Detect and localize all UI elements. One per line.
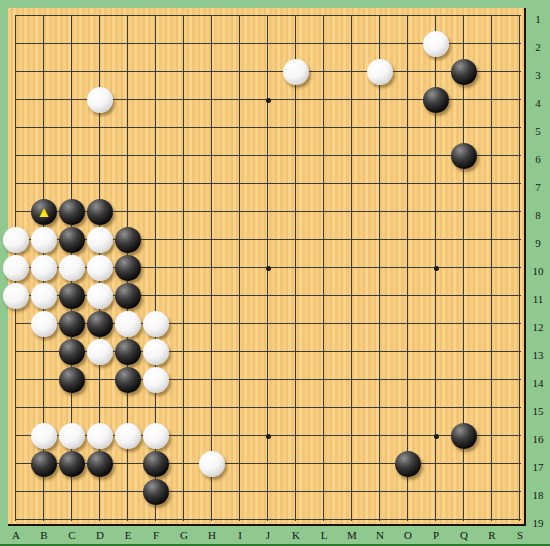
point-B2[interactable] [30, 30, 58, 58]
point-C17[interactable]: ● [58, 450, 86, 478]
point-I6[interactable] [226, 142, 254, 170]
point-H18[interactable] [198, 478, 226, 506]
white-stone[interactable]: ○ [3, 227, 29, 253]
white-stone[interactable]: ○ [59, 423, 85, 449]
point-E14[interactable]: ● [114, 366, 142, 394]
point-E18[interactable] [114, 478, 142, 506]
point-E1[interactable] [114, 2, 142, 30]
white-stone[interactable]: ○ [31, 283, 57, 309]
point-N10[interactable] [366, 254, 394, 282]
point-F17[interactable]: ● [142, 450, 170, 478]
point-N2[interactable] [366, 30, 394, 58]
point-M8[interactable] [338, 198, 366, 226]
point-J15[interactable] [254, 394, 282, 422]
point-F12[interactable]: ○ [142, 310, 170, 338]
point-G1[interactable] [170, 2, 198, 30]
point-M1[interactable] [338, 2, 366, 30]
point-M18[interactable] [338, 478, 366, 506]
point-G11[interactable] [170, 282, 198, 310]
point-D9[interactable]: ○ [86, 226, 114, 254]
point-M3[interactable] [338, 58, 366, 86]
point-B15[interactable] [30, 394, 58, 422]
black-stone[interactable]: ● [59, 367, 85, 393]
point-A11[interactable]: ○ [2, 282, 30, 310]
point-N16[interactable] [366, 422, 394, 450]
black-stone[interactable]: ● [87, 311, 113, 337]
point-L18[interactable] [310, 478, 338, 506]
black-stone[interactable]: ● [115, 367, 141, 393]
black-stone[interactable]: ● [423, 87, 449, 113]
point-H8[interactable] [198, 198, 226, 226]
point-A18[interactable] [2, 478, 30, 506]
point-F13[interactable]: ○ [142, 338, 170, 366]
point-J2[interactable] [254, 30, 282, 58]
point-R13[interactable] [478, 338, 506, 366]
point-G7[interactable] [170, 170, 198, 198]
point-K9[interactable] [282, 226, 310, 254]
point-I8[interactable] [226, 198, 254, 226]
point-O16[interactable] [394, 422, 422, 450]
point-A4[interactable] [2, 86, 30, 114]
point-H3[interactable] [198, 58, 226, 86]
white-stone[interactable]: ○ [87, 87, 113, 113]
point-M11[interactable] [338, 282, 366, 310]
point-P13[interactable] [422, 338, 450, 366]
white-stone[interactable]: ○ [199, 451, 225, 477]
point-D6[interactable] [86, 142, 114, 170]
point-Q18[interactable] [450, 478, 478, 506]
point-L6[interactable] [310, 142, 338, 170]
point-P10[interactable] [422, 254, 450, 282]
point-E16[interactable]: ○ [114, 422, 142, 450]
point-C5[interactable] [58, 114, 86, 142]
white-stone[interactable]: ○ [87, 423, 113, 449]
black-stone[interactable]: ● [115, 227, 141, 253]
point-L3[interactable] [310, 58, 338, 86]
point-L13[interactable] [310, 338, 338, 366]
white-stone[interactable]: ○ [59, 255, 85, 281]
white-stone[interactable]: ○ [283, 59, 309, 85]
point-H14[interactable] [198, 366, 226, 394]
point-K14[interactable] [282, 366, 310, 394]
point-P12[interactable] [422, 310, 450, 338]
point-R5[interactable] [478, 114, 506, 142]
point-B12[interactable]: ○ [30, 310, 58, 338]
point-O14[interactable] [394, 366, 422, 394]
point-H10[interactable] [198, 254, 226, 282]
black-stone[interactable]: ● [451, 423, 477, 449]
point-E17[interactable] [114, 450, 142, 478]
point-B5[interactable] [30, 114, 58, 142]
point-P9[interactable] [422, 226, 450, 254]
point-J10[interactable] [254, 254, 282, 282]
point-E7[interactable] [114, 170, 142, 198]
point-I18[interactable] [226, 478, 254, 506]
point-M5[interactable] [338, 114, 366, 142]
point-J4[interactable] [254, 86, 282, 114]
point-G3[interactable] [170, 58, 198, 86]
point-H6[interactable] [198, 142, 226, 170]
point-D12[interactable]: ● [86, 310, 114, 338]
point-P15[interactable] [422, 394, 450, 422]
point-K10[interactable] [282, 254, 310, 282]
white-stone[interactable]: ○ [31, 227, 57, 253]
point-Q10[interactable] [450, 254, 478, 282]
point-I16[interactable] [226, 422, 254, 450]
point-A15[interactable] [2, 394, 30, 422]
point-D5[interactable] [86, 114, 114, 142]
point-O6[interactable] [394, 142, 422, 170]
white-stone[interactable]: ○ [115, 311, 141, 337]
point-G6[interactable] [170, 142, 198, 170]
point-P3[interactable] [422, 58, 450, 86]
point-K8[interactable] [282, 198, 310, 226]
point-O7[interactable] [394, 170, 422, 198]
black-stone[interactable]: ● [31, 451, 57, 477]
point-J16[interactable] [254, 422, 282, 450]
point-D18[interactable] [86, 478, 114, 506]
point-J11[interactable] [254, 282, 282, 310]
point-O18[interactable] [394, 478, 422, 506]
point-L11[interactable] [310, 282, 338, 310]
point-O13[interactable] [394, 338, 422, 366]
point-C10[interactable]: ○ [58, 254, 86, 282]
point-R3[interactable] [478, 58, 506, 86]
point-G12[interactable] [170, 310, 198, 338]
point-Q1[interactable] [450, 2, 478, 30]
point-E11[interactable]: ● [114, 282, 142, 310]
point-Q6[interactable]: ● [450, 142, 478, 170]
point-A3[interactable] [2, 58, 30, 86]
point-H12[interactable] [198, 310, 226, 338]
point-G5[interactable] [170, 114, 198, 142]
point-K1[interactable] [282, 2, 310, 30]
point-K12[interactable] [282, 310, 310, 338]
black-stone[interactable]: ● [143, 451, 169, 477]
point-J17[interactable] [254, 450, 282, 478]
point-H11[interactable] [198, 282, 226, 310]
point-R11[interactable] [478, 282, 506, 310]
point-P7[interactable] [422, 170, 450, 198]
point-M7[interactable] [338, 170, 366, 198]
white-stone[interactable]: ○ [3, 255, 29, 281]
point-D16[interactable]: ○ [86, 422, 114, 450]
point-H13[interactable] [198, 338, 226, 366]
point-A17[interactable] [2, 450, 30, 478]
point-R2[interactable] [478, 30, 506, 58]
point-M10[interactable] [338, 254, 366, 282]
point-R15[interactable] [478, 394, 506, 422]
white-stone[interactable]: ○ [31, 255, 57, 281]
point-M16[interactable] [338, 422, 366, 450]
point-B17[interactable]: ● [30, 450, 58, 478]
point-I17[interactable] [226, 450, 254, 478]
point-E10[interactable]: ● [114, 254, 142, 282]
point-O2[interactable] [394, 30, 422, 58]
point-R7[interactable] [478, 170, 506, 198]
point-C15[interactable] [58, 394, 86, 422]
point-E15[interactable] [114, 394, 142, 422]
point-M4[interactable] [338, 86, 366, 114]
point-I12[interactable] [226, 310, 254, 338]
point-B16[interactable]: ○ [30, 422, 58, 450]
point-L10[interactable] [310, 254, 338, 282]
white-stone[interactable]: ○ [87, 339, 113, 365]
point-D4[interactable]: ○ [86, 86, 114, 114]
point-N3[interactable]: ○ [366, 58, 394, 86]
point-K15[interactable] [282, 394, 310, 422]
point-H5[interactable] [198, 114, 226, 142]
point-P11[interactable] [422, 282, 450, 310]
point-Q11[interactable] [450, 282, 478, 310]
point-C11[interactable]: ● [58, 282, 86, 310]
point-B14[interactable] [30, 366, 58, 394]
point-D10[interactable]: ○ [86, 254, 114, 282]
point-M17[interactable] [338, 450, 366, 478]
point-L1[interactable] [310, 2, 338, 30]
point-N11[interactable] [366, 282, 394, 310]
point-A13[interactable] [2, 338, 30, 366]
point-B6[interactable] [30, 142, 58, 170]
point-O12[interactable] [394, 310, 422, 338]
point-E2[interactable] [114, 30, 142, 58]
point-Q15[interactable] [450, 394, 478, 422]
point-F6[interactable] [142, 142, 170, 170]
point-M9[interactable] [338, 226, 366, 254]
point-I7[interactable] [226, 170, 254, 198]
point-M6[interactable] [338, 142, 366, 170]
point-O4[interactable] [394, 86, 422, 114]
point-J1[interactable] [254, 2, 282, 30]
point-L2[interactable] [310, 30, 338, 58]
point-F1[interactable] [142, 2, 170, 30]
point-G10[interactable] [170, 254, 198, 282]
point-M13[interactable] [338, 338, 366, 366]
point-C1[interactable] [58, 2, 86, 30]
point-R4[interactable] [478, 86, 506, 114]
point-B3[interactable] [30, 58, 58, 86]
point-I9[interactable] [226, 226, 254, 254]
point-O9[interactable] [394, 226, 422, 254]
point-I3[interactable] [226, 58, 254, 86]
point-B10[interactable]: ○ [30, 254, 58, 282]
point-N12[interactable] [366, 310, 394, 338]
point-Q2[interactable] [450, 30, 478, 58]
point-K16[interactable] [282, 422, 310, 450]
point-N13[interactable] [366, 338, 394, 366]
point-E13[interactable]: ● [114, 338, 142, 366]
point-B13[interactable] [30, 338, 58, 366]
point-N5[interactable] [366, 114, 394, 142]
point-P5[interactable] [422, 114, 450, 142]
point-C7[interactable] [58, 170, 86, 198]
white-stone[interactable]: ○ [143, 423, 169, 449]
point-O5[interactable] [394, 114, 422, 142]
point-G8[interactable] [170, 198, 198, 226]
point-P17[interactable] [422, 450, 450, 478]
point-B11[interactable]: ○ [30, 282, 58, 310]
point-Q3[interactable]: ● [450, 58, 478, 86]
point-J6[interactable] [254, 142, 282, 170]
point-O1[interactable] [394, 2, 422, 30]
point-K7[interactable] [282, 170, 310, 198]
point-J13[interactable] [254, 338, 282, 366]
point-N9[interactable] [366, 226, 394, 254]
point-C8[interactable]: ● [58, 198, 86, 226]
point-C13[interactable]: ● [58, 338, 86, 366]
point-F7[interactable] [142, 170, 170, 198]
point-F15[interactable] [142, 394, 170, 422]
point-B8[interactable]: ●▲ [30, 198, 58, 226]
point-P8[interactable] [422, 198, 450, 226]
point-E5[interactable] [114, 114, 142, 142]
point-A1[interactable] [2, 2, 30, 30]
point-C2[interactable] [58, 30, 86, 58]
white-stone[interactable]: ○ [423, 31, 449, 57]
point-A16[interactable] [2, 422, 30, 450]
white-stone[interactable]: ○ [87, 255, 113, 281]
point-K17[interactable] [282, 450, 310, 478]
point-L9[interactable] [310, 226, 338, 254]
point-N14[interactable] [366, 366, 394, 394]
point-R6[interactable] [478, 142, 506, 170]
point-H4[interactable] [198, 86, 226, 114]
point-O11[interactable] [394, 282, 422, 310]
point-R1[interactable] [478, 2, 506, 30]
point-I2[interactable] [226, 30, 254, 58]
point-O17[interactable]: ● [394, 450, 422, 478]
point-E12[interactable]: ○ [114, 310, 142, 338]
point-B9[interactable]: ○ [30, 226, 58, 254]
point-L12[interactable] [310, 310, 338, 338]
point-R16[interactable] [478, 422, 506, 450]
point-D17[interactable]: ● [86, 450, 114, 478]
white-stone[interactable]: ○ [31, 311, 57, 337]
point-I15[interactable] [226, 394, 254, 422]
point-C14[interactable]: ● [58, 366, 86, 394]
black-stone[interactable]: ● [87, 451, 113, 477]
point-C9[interactable]: ● [58, 226, 86, 254]
point-P6[interactable] [422, 142, 450, 170]
point-G14[interactable] [170, 366, 198, 394]
point-F14[interactable]: ○ [142, 366, 170, 394]
point-J5[interactable] [254, 114, 282, 142]
black-stone[interactable]: ● [59, 199, 85, 225]
point-O8[interactable] [394, 198, 422, 226]
point-R10[interactable] [478, 254, 506, 282]
point-D15[interactable] [86, 394, 114, 422]
point-M14[interactable] [338, 366, 366, 394]
point-K3[interactable]: ○ [282, 58, 310, 86]
black-stone[interactable]: ● [59, 339, 85, 365]
white-stone[interactable]: ○ [143, 367, 169, 393]
point-D11[interactable]: ○ [86, 282, 114, 310]
point-Q7[interactable] [450, 170, 478, 198]
black-stone[interactable]: ● [143, 479, 169, 505]
point-I1[interactable] [226, 2, 254, 30]
point-A14[interactable] [2, 366, 30, 394]
black-stone[interactable]: ● [59, 451, 85, 477]
point-I4[interactable] [226, 86, 254, 114]
point-H1[interactable] [198, 2, 226, 30]
point-K5[interactable] [282, 114, 310, 142]
black-stone[interactable]: ● [59, 311, 85, 337]
point-L7[interactable] [310, 170, 338, 198]
point-O3[interactable] [394, 58, 422, 86]
point-H16[interactable] [198, 422, 226, 450]
point-H7[interactable] [198, 170, 226, 198]
point-H15[interactable] [198, 394, 226, 422]
point-G18[interactable] [170, 478, 198, 506]
point-F16[interactable]: ○ [142, 422, 170, 450]
point-Q9[interactable] [450, 226, 478, 254]
point-J14[interactable] [254, 366, 282, 394]
point-Q12[interactable] [450, 310, 478, 338]
point-F8[interactable] [142, 198, 170, 226]
point-N4[interactable] [366, 86, 394, 114]
point-D13[interactable]: ○ [86, 338, 114, 366]
point-C16[interactable]: ○ [58, 422, 86, 450]
point-R9[interactable] [478, 226, 506, 254]
point-L14[interactable] [310, 366, 338, 394]
point-I14[interactable] [226, 366, 254, 394]
point-G4[interactable] [170, 86, 198, 114]
point-F5[interactable] [142, 114, 170, 142]
point-Q8[interactable] [450, 198, 478, 226]
point-R17[interactable] [478, 450, 506, 478]
point-F2[interactable] [142, 30, 170, 58]
point-F3[interactable] [142, 58, 170, 86]
point-O10[interactable] [394, 254, 422, 282]
black-stone[interactable]: ● [395, 451, 421, 477]
point-G17[interactable] [170, 450, 198, 478]
point-I5[interactable] [226, 114, 254, 142]
point-L17[interactable] [310, 450, 338, 478]
point-M15[interactable] [338, 394, 366, 422]
point-P16[interactable] [422, 422, 450, 450]
point-B4[interactable] [30, 86, 58, 114]
point-A8[interactable] [2, 198, 30, 226]
point-Q17[interactable] [450, 450, 478, 478]
point-K4[interactable] [282, 86, 310, 114]
black-stone[interactable]: ● [451, 59, 477, 85]
black-stone[interactable]: ● [115, 255, 141, 281]
point-N6[interactable] [366, 142, 394, 170]
point-Q4[interactable] [450, 86, 478, 114]
point-D7[interactable] [86, 170, 114, 198]
point-I10[interactable] [226, 254, 254, 282]
point-R8[interactable] [478, 198, 506, 226]
point-Q14[interactable] [450, 366, 478, 394]
black-stone[interactable]: ● [115, 283, 141, 309]
white-stone[interactable]: ○ [367, 59, 393, 85]
white-stone[interactable]: ○ [3, 283, 29, 309]
white-stone[interactable]: ○ [31, 423, 57, 449]
point-L4[interactable] [310, 86, 338, 114]
point-C3[interactable] [58, 58, 86, 86]
point-P18[interactable] [422, 478, 450, 506]
point-N15[interactable] [366, 394, 394, 422]
point-A5[interactable] [2, 114, 30, 142]
point-J3[interactable] [254, 58, 282, 86]
black-stone[interactable]: ● [115, 339, 141, 365]
point-P1[interactable] [422, 2, 450, 30]
point-J7[interactable] [254, 170, 282, 198]
point-H17[interactable]: ○ [198, 450, 226, 478]
point-A12[interactable] [2, 310, 30, 338]
point-A7[interactable] [2, 170, 30, 198]
point-F4[interactable] [142, 86, 170, 114]
